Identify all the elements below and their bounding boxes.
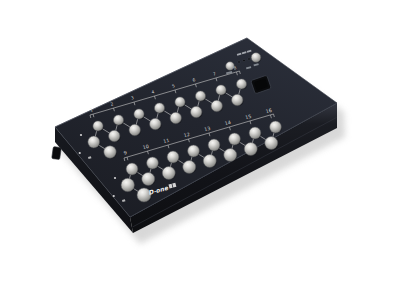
side-port [52, 147, 62, 160]
bank-2-lower-button-7 [265, 137, 278, 150]
key-button-14 [229, 133, 241, 145]
indicator-dot [79, 152, 81, 154]
key-button-2 [113, 115, 123, 125]
indicator-dot [114, 177, 116, 179]
led-hole [243, 59, 245, 61]
key-button-12 [188, 145, 200, 157]
bank-1-lower-button-6 [211, 100, 222, 111]
bank-1-tail-button-1 [88, 136, 100, 148]
bank-1-lower-button-5 [191, 106, 202, 117]
key-button-4 [154, 103, 164, 113]
bank-2-lower-button-1 [142, 173, 155, 186]
bank-2-lower-button-6 [244, 143, 257, 156]
key-button-13 [208, 139, 220, 151]
key-button-11 [167, 151, 179, 163]
control-button-2 [251, 53, 261, 63]
bank-2-lower-button-4 [203, 155, 216, 168]
key-button-3 [134, 109, 144, 119]
bank-2-tail-button-1 [121, 178, 134, 191]
led-hole [238, 61, 240, 63]
key-button-1 [93, 121, 103, 131]
bank-1-lower-button-7 [232, 94, 243, 105]
indicator-dot [80, 134, 82, 136]
key-button-9 [126, 163, 138, 175]
key-button-5 [175, 97, 185, 107]
key-button-16 [270, 121, 282, 133]
product-photo-stage: 12345678910111213141516 D-one [0, 0, 398, 287]
key-button-10 [147, 157, 159, 169]
device-photo: 12345678910111213141516 D-one [0, 0, 398, 287]
key-button-15 [249, 127, 261, 139]
bank-2-lower-button-2 [162, 167, 175, 180]
bank-1-tail-button-2 [104, 146, 116, 158]
bank-2-lower-button-3 [183, 161, 196, 174]
led-hole [248, 58, 250, 60]
bank-2-lower-button-5 [224, 149, 237, 162]
bank-1-lower-button-4 [170, 112, 181, 123]
key-button-7 [216, 85, 226, 95]
bank-1-lower-button-1 [109, 130, 120, 141]
key-button-8 [236, 79, 246, 89]
bank-1-lower-button-2 [129, 124, 140, 135]
key-button-6 [195, 91, 205, 101]
bank-1-lower-button-3 [150, 118, 161, 129]
indicator-dot [113, 195, 115, 197]
